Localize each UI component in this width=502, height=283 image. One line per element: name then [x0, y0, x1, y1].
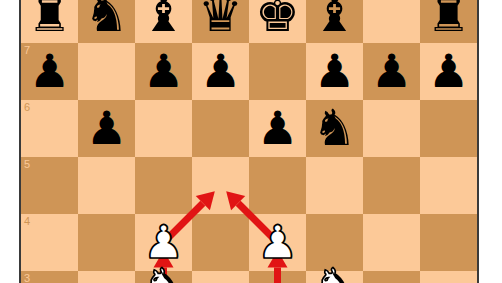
white-knight-f3[interactable]: ♞: [306, 259, 363, 283]
black-pawn-f7[interactable]: ♟: [306, 43, 363, 100]
black-pawn-a7[interactable]: ♟: [21, 43, 78, 100]
black-pawn-d7[interactable]: ♟: [192, 43, 249, 100]
black-king-e8[interactable]: ♚: [249, 0, 306, 43]
white-knight-c3[interactable]: ♞: [135, 259, 192, 283]
black-pawn-e6[interactable]: ♟: [249, 100, 306, 157]
chess-board-screenshot: 76543 ♜♞♝♛♚♝♜♟♟♟♟♟♟♟♟♞♟♟♞♞: [0, 0, 502, 283]
black-rook-a8[interactable]: ♜: [21, 0, 78, 43]
white-pawn-e4[interactable]: ♟: [249, 214, 306, 271]
pieces-layer: ♜♞♝♛♚♝♜♟♟♟♟♟♟♟♟♞♟♟♞♞: [0, 0, 502, 283]
black-pawn-g7[interactable]: ♟: [363, 43, 420, 100]
black-knight-b8[interactable]: ♞: [78, 0, 135, 43]
black-pawn-b6[interactable]: ♟: [78, 100, 135, 157]
black-rook-h8[interactable]: ♜: [420, 0, 477, 43]
black-bishop-f8[interactable]: ♝: [306, 0, 363, 43]
black-queen-d8[interactable]: ♛: [192, 0, 249, 43]
black-pawn-h7[interactable]: ♟: [420, 43, 477, 100]
black-bishop-c8[interactable]: ♝: [135, 0, 192, 43]
black-knight-f6[interactable]: ♞: [306, 100, 363, 157]
black-pawn-c7[interactable]: ♟: [135, 43, 192, 100]
